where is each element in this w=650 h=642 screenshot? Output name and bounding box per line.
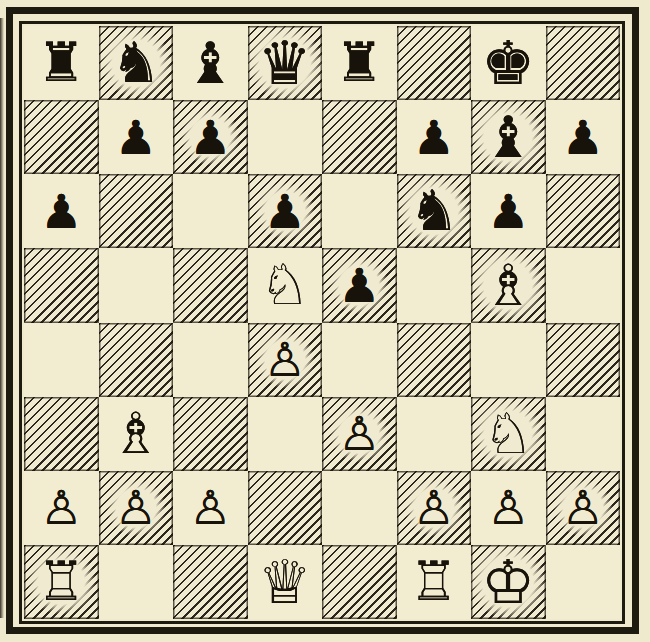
square-g5[interactable]: ♗ bbox=[471, 248, 546, 322]
square-e3[interactable]: ♙ bbox=[322, 397, 397, 471]
square-h6[interactable] bbox=[546, 174, 621, 248]
square-g2[interactable]: ♙ bbox=[471, 471, 546, 545]
piece-white-pawn: ♙ bbox=[562, 484, 604, 531]
square-a3[interactable] bbox=[24, 397, 99, 471]
square-g8[interactable]: ♚ bbox=[471, 26, 546, 100]
square-b1[interactable] bbox=[99, 545, 174, 619]
piece-black-knight: ♞ bbox=[111, 35, 161, 91]
square-c1[interactable] bbox=[173, 545, 248, 619]
piece-white-pawn: ♙ bbox=[40, 484, 82, 531]
square-b7[interactable]: ♟ bbox=[99, 100, 174, 174]
chessboard: ♜♞♝♛♜♚♟♟♟♝♟♟♟♞♟♘♟♗♙♗♙♘♙♙♙♙♙♙♖♕♖♔ bbox=[24, 26, 620, 619]
piece-white-pawn: ♙ bbox=[264, 336, 306, 383]
piece-black-king: ♚ bbox=[481, 33, 535, 93]
square-d3[interactable] bbox=[248, 397, 323, 471]
piece-white-knight: ♘ bbox=[483, 406, 533, 462]
piece-white-pawn: ♙ bbox=[189, 484, 231, 531]
square-a4[interactable] bbox=[24, 323, 99, 397]
square-f3[interactable] bbox=[397, 397, 472, 471]
square-h7[interactable]: ♟ bbox=[546, 100, 621, 174]
square-c7[interactable]: ♟ bbox=[173, 100, 248, 174]
square-f4[interactable] bbox=[397, 323, 472, 397]
piece-black-pawn: ♟ bbox=[413, 114, 455, 161]
square-e6[interactable] bbox=[322, 174, 397, 248]
square-e8[interactable]: ♜ bbox=[322, 26, 397, 100]
square-d5[interactable]: ♘ bbox=[248, 248, 323, 322]
square-g3[interactable]: ♘ bbox=[471, 397, 546, 471]
piece-black-pawn: ♟ bbox=[115, 114, 157, 161]
piece-white-pawn: ♙ bbox=[115, 484, 157, 531]
square-c3[interactable] bbox=[173, 397, 248, 471]
square-h2[interactable]: ♙ bbox=[546, 471, 621, 545]
square-d6[interactable]: ♟ bbox=[248, 174, 323, 248]
square-a7[interactable] bbox=[24, 100, 99, 174]
piece-black-rook: ♜ bbox=[37, 36, 85, 90]
piece-black-rook: ♜ bbox=[335, 36, 383, 90]
piece-white-rook: ♖ bbox=[37, 555, 85, 609]
piece-black-bishop: ♝ bbox=[185, 35, 236, 92]
square-c6[interactable] bbox=[173, 174, 248, 248]
piece-white-rook: ♖ bbox=[410, 555, 458, 609]
square-g1[interactable]: ♔ bbox=[471, 545, 546, 619]
square-f7[interactable]: ♟ bbox=[397, 100, 472, 174]
piece-white-pawn: ♙ bbox=[413, 484, 455, 531]
square-c4[interactable] bbox=[173, 323, 248, 397]
square-d7[interactable] bbox=[248, 100, 323, 174]
square-b3[interactable]: ♗ bbox=[99, 397, 174, 471]
square-a2[interactable]: ♙ bbox=[24, 471, 99, 545]
square-g6[interactable]: ♟ bbox=[471, 174, 546, 248]
square-a5[interactable] bbox=[24, 248, 99, 322]
square-d8[interactable]: ♛ bbox=[248, 26, 323, 100]
square-e7[interactable] bbox=[322, 100, 397, 174]
piece-black-pawn: ♟ bbox=[40, 188, 82, 235]
piece-white-bishop: ♗ bbox=[110, 405, 161, 462]
piece-black-pawn: ♟ bbox=[264, 188, 306, 235]
piece-black-bishop: ♝ bbox=[483, 109, 534, 166]
piece-black-knight: ♞ bbox=[409, 183, 459, 239]
square-g7[interactable]: ♝ bbox=[471, 100, 546, 174]
square-b6[interactable] bbox=[99, 174, 174, 248]
piece-white-king: ♔ bbox=[481, 552, 535, 612]
square-b2[interactable]: ♙ bbox=[99, 471, 174, 545]
square-f1[interactable]: ♖ bbox=[397, 545, 472, 619]
square-c8[interactable]: ♝ bbox=[173, 26, 248, 100]
piece-black-pawn: ♟ bbox=[487, 188, 529, 235]
square-f6[interactable]: ♞ bbox=[397, 174, 472, 248]
square-h3[interactable] bbox=[546, 397, 621, 471]
piece-black-pawn: ♟ bbox=[189, 114, 231, 161]
piece-black-pawn: ♟ bbox=[562, 114, 604, 161]
square-a1[interactable]: ♖ bbox=[24, 545, 99, 619]
square-h4[interactable] bbox=[546, 323, 621, 397]
piece-black-queen: ♛ bbox=[258, 33, 312, 93]
square-g4[interactable] bbox=[471, 323, 546, 397]
square-b5[interactable] bbox=[99, 248, 174, 322]
square-f5[interactable] bbox=[397, 248, 472, 322]
piece-black-pawn: ♟ bbox=[338, 262, 380, 309]
square-f8[interactable] bbox=[397, 26, 472, 100]
square-d4[interactable]: ♙ bbox=[248, 323, 323, 397]
square-e1[interactable] bbox=[322, 545, 397, 619]
square-c2[interactable]: ♙ bbox=[173, 471, 248, 545]
piece-white-knight: ♘ bbox=[260, 257, 310, 313]
square-h1[interactable] bbox=[546, 545, 621, 619]
piece-white-bishop: ♗ bbox=[483, 257, 534, 314]
square-e2[interactable] bbox=[322, 471, 397, 545]
square-c5[interactable] bbox=[173, 248, 248, 322]
square-d1[interactable]: ♕ bbox=[248, 545, 323, 619]
piece-white-pawn: ♙ bbox=[487, 484, 529, 531]
square-e4[interactable] bbox=[322, 323, 397, 397]
piece-white-queen: ♕ bbox=[258, 552, 312, 612]
page-gutter-shadow bbox=[0, 18, 4, 618]
square-f2[interactable]: ♙ bbox=[397, 471, 472, 545]
square-a8[interactable]: ♜ bbox=[24, 26, 99, 100]
square-h8[interactable] bbox=[546, 26, 621, 100]
piece-white-pawn: ♙ bbox=[338, 410, 380, 457]
square-b4[interactable] bbox=[99, 323, 174, 397]
square-e5[interactable]: ♟ bbox=[322, 248, 397, 322]
square-b8[interactable]: ♞ bbox=[99, 26, 174, 100]
square-d2[interactable] bbox=[248, 471, 323, 545]
square-a6[interactable]: ♟ bbox=[24, 174, 99, 248]
square-h5[interactable] bbox=[546, 248, 621, 322]
